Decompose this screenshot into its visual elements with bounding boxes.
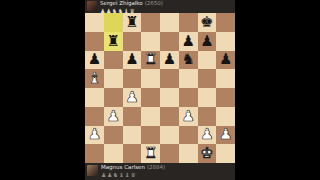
square-g1[interactable]: ♚ <box>198 144 217 163</box>
square-d6[interactable]: ♜ <box>141 51 160 70</box>
black-pawn: ♟ <box>88 52 101 67</box>
white-rook: ♜ <box>144 52 157 67</box>
square-h1[interactable] <box>216 144 235 163</box>
square-c3[interactable] <box>123 107 142 126</box>
square-b7[interactable]: ♜ <box>104 32 123 51</box>
square-g7[interactable]: ♟ <box>198 32 217 51</box>
square-c8[interactable]: ♜ <box>123 13 142 32</box>
square-h8[interactable] <box>216 13 235 32</box>
square-e4[interactable] <box>160 88 179 107</box>
captured-queen-icon: ♛ <box>130 171 136 178</box>
square-b3[interactable]: ♟ <box>104 107 123 126</box>
white-king: ♚ <box>200 146 213 161</box>
square-a2[interactable]: ♟ <box>85 126 104 145</box>
black-rook: ♜ <box>106 33 119 48</box>
square-f5[interactable] <box>179 69 198 88</box>
black-rook: ♜ <box>125 14 138 29</box>
letterbox-left <box>0 0 85 180</box>
square-c4[interactable]: ♟ <box>123 88 142 107</box>
square-h7[interactable] <box>216 32 235 51</box>
square-e6[interactable]: ♟ <box>160 51 179 70</box>
square-e1[interactable] <box>160 144 179 163</box>
square-h5[interactable] <box>216 69 235 88</box>
square-a8[interactable] <box>85 13 104 32</box>
square-b1[interactable] <box>104 144 123 163</box>
black-pawn: ♟ <box>181 33 194 48</box>
square-f8[interactable] <box>179 13 198 32</box>
square-d4[interactable] <box>141 88 160 107</box>
square-b6[interactable] <box>104 51 123 70</box>
white-pawn: ♟ <box>200 127 213 142</box>
square-a6[interactable]: ♟ <box>85 51 104 70</box>
chess-app: Sergei Zhigalko(2650) ♟♟♞♞♝♛ ♜♚♜♟♟♟♟♜♟♞♟… <box>85 0 235 180</box>
square-g6[interactable] <box>198 51 217 70</box>
square-e3[interactable] <box>160 107 179 126</box>
square-c6[interactable]: ♟ <box>123 51 142 70</box>
white-pawn: ♟ <box>88 127 101 142</box>
white-rook: ♜ <box>144 146 157 161</box>
square-e2[interactable] <box>160 126 179 145</box>
square-d3[interactable] <box>141 107 160 126</box>
bottom-captured-pieces: ♟♟♞♝♝♛ <box>101 172 165 178</box>
square-e5[interactable] <box>160 69 179 88</box>
square-a3[interactable] <box>85 107 104 126</box>
square-a4[interactable] <box>85 88 104 107</box>
black-pawn: ♟ <box>163 52 176 67</box>
white-bishop: ♝ <box>88 71 101 86</box>
square-c2[interactable] <box>123 126 142 145</box>
top-player-rating: (2650) <box>145 0 163 6</box>
square-h2[interactable]: ♟ <box>216 126 235 145</box>
black-knight: ♞ <box>181 52 194 67</box>
black-pawn: ♟ <box>200 33 213 48</box>
square-g8[interactable]: ♚ <box>198 13 217 32</box>
square-c5[interactable] <box>123 69 142 88</box>
square-e8[interactable] <box>160 13 179 32</box>
square-f1[interactable] <box>179 144 198 163</box>
square-f6[interactable]: ♞ <box>179 51 198 70</box>
white-pawn: ♟ <box>106 108 119 123</box>
square-h3[interactable] <box>216 107 235 126</box>
square-g2[interactable]: ♟ <box>198 126 217 145</box>
square-a1[interactable] <box>85 144 104 163</box>
square-b4[interactable] <box>104 88 123 107</box>
square-g4[interactable] <box>198 88 217 107</box>
square-f3[interactable]: ♟ <box>179 107 198 126</box>
bottom-player-avatar <box>87 165 98 176</box>
square-b8[interactable] <box>104 13 123 32</box>
square-d2[interactable] <box>141 126 160 145</box>
chess-board: ♜♚♜♟♟♟♟♜♟♞♟♝♟♟♟♟♟♟♜♚ <box>85 13 235 163</box>
white-pawn: ♟ <box>125 89 138 104</box>
black-pawn: ♟ <box>125 52 138 67</box>
square-d5[interactable] <box>141 69 160 88</box>
square-f2[interactable] <box>179 126 198 145</box>
bottom-player-bar: Magnus Carlsen(2884) ♟♟♞♝♝♛ <box>85 163 235 180</box>
square-d8[interactable] <box>141 13 160 32</box>
square-f4[interactable] <box>179 88 198 107</box>
square-b5[interactable] <box>104 69 123 88</box>
square-a7[interactable] <box>85 32 104 51</box>
square-c7[interactable] <box>123 32 142 51</box>
square-e7[interactable] <box>160 32 179 51</box>
square-h6[interactable]: ♟ <box>216 51 235 70</box>
square-g3[interactable] <box>198 107 217 126</box>
square-c1[interactable] <box>123 144 142 163</box>
square-g5[interactable] <box>198 69 217 88</box>
video-frame: Sergei Zhigalko(2650) ♟♟♞♞♝♛ ♜♚♜♟♟♟♟♜♟♞♟… <box>0 0 320 180</box>
white-pawn: ♟ <box>219 127 232 142</box>
bottom-player-rating: (2884) <box>147 164 165 170</box>
square-f7[interactable]: ♟ <box>179 32 198 51</box>
square-h4[interactable] <box>216 88 235 107</box>
white-pawn: ♟ <box>181 108 194 123</box>
square-d7[interactable] <box>141 32 160 51</box>
square-b2[interactable] <box>104 126 123 145</box>
black-pawn: ♟ <box>219 52 232 67</box>
square-d1[interactable]: ♜ <box>141 144 160 163</box>
square-a5[interactable]: ♝ <box>85 69 104 88</box>
letterbox-right <box>235 0 320 180</box>
black-king: ♚ <box>200 14 213 29</box>
top-player-bar: Sergei Zhigalko(2650) ♟♟♞♞♝♛ <box>85 0 235 13</box>
top-player-avatar <box>87 1 97 11</box>
